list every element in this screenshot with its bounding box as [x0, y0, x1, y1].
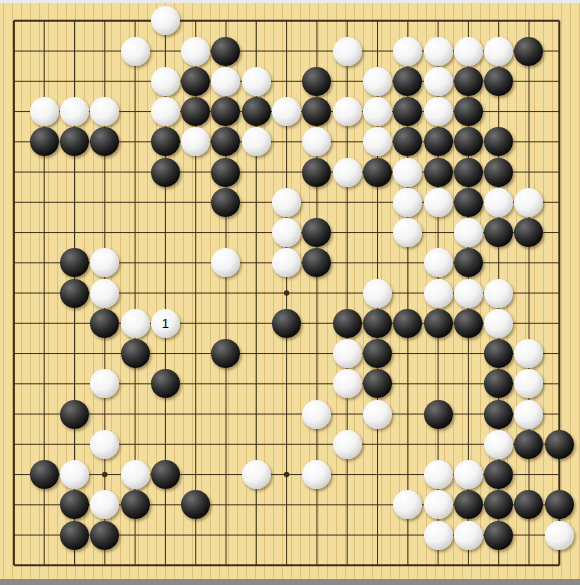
black-stone[interactable] [272, 309, 301, 338]
black-stone[interactable] [90, 127, 119, 156]
white-stone[interactable] [514, 369, 543, 398]
black-stone[interactable] [60, 279, 89, 308]
white-stone[interactable] [333, 37, 362, 66]
black-stone[interactable] [302, 218, 331, 247]
black-stone[interactable] [393, 67, 422, 96]
black-stone[interactable] [211, 339, 240, 368]
black-stone[interactable] [454, 309, 483, 338]
white-stone[interactable] [302, 460, 331, 489]
black-stone[interactable] [454, 97, 483, 126]
go-board[interactable]: 1 [0, 3, 580, 579]
black-stone[interactable] [454, 67, 483, 96]
black-stone[interactable] [363, 339, 392, 368]
black-stone[interactable] [424, 309, 453, 338]
white-stone[interactable] [272, 188, 301, 217]
white-stone[interactable] [60, 97, 89, 126]
white-stone[interactable] [514, 339, 543, 368]
black-stone[interactable] [181, 67, 210, 96]
white-stone[interactable] [302, 127, 331, 156]
white-stone[interactable] [181, 127, 210, 156]
white-stone[interactable] [302, 400, 331, 429]
black-stone[interactable] [151, 460, 180, 489]
black-stone[interactable] [393, 309, 422, 338]
black-stone[interactable] [484, 218, 513, 247]
white-stone[interactable] [242, 67, 271, 96]
white-stone[interactable] [30, 97, 59, 126]
black-stone[interactable] [393, 97, 422, 126]
black-stone[interactable] [484, 127, 513, 156]
white-stone[interactable] [333, 339, 362, 368]
white-stone[interactable] [424, 188, 453, 217]
black-stone[interactable] [60, 400, 89, 429]
white-stone[interactable] [60, 460, 89, 489]
black-stone[interactable] [514, 430, 543, 459]
black-stone[interactable] [454, 248, 483, 277]
white-stone[interactable] [272, 248, 301, 277]
white-stone[interactable] [454, 218, 483, 247]
white-stone[interactable] [545, 521, 574, 550]
black-stone[interactable] [424, 400, 453, 429]
black-stone[interactable] [211, 37, 240, 66]
white-stone[interactable] [211, 67, 240, 96]
white-stone[interactable] [424, 490, 453, 519]
black-stone[interactable] [514, 37, 543, 66]
black-stone[interactable] [211, 127, 240, 156]
white-stone[interactable] [151, 97, 180, 126]
black-stone[interactable] [60, 127, 89, 156]
black-stone[interactable] [363, 309, 392, 338]
white-stone[interactable] [363, 67, 392, 96]
black-stone[interactable] [514, 490, 543, 519]
marked-white-stone[interactable]: 1 [151, 309, 180, 338]
black-stone[interactable] [484, 400, 513, 429]
white-stone[interactable] [424, 279, 453, 308]
white-stone[interactable] [181, 37, 210, 66]
white-stone[interactable] [363, 127, 392, 156]
white-stone[interactable] [454, 521, 483, 550]
white-stone[interactable] [333, 430, 362, 459]
black-stone[interactable] [30, 460, 59, 489]
black-stone[interactable] [181, 490, 210, 519]
black-stone[interactable] [424, 158, 453, 187]
white-stone[interactable] [514, 400, 543, 429]
black-stone[interactable] [90, 309, 119, 338]
go-app-screenshot: 1 [0, 0, 580, 585]
white-stone[interactable] [393, 218, 422, 247]
white-stone[interactable] [121, 37, 150, 66]
black-stone[interactable] [60, 490, 89, 519]
black-stone[interactable] [393, 127, 422, 156]
white-stone[interactable] [484, 188, 513, 217]
black-stone[interactable] [211, 158, 240, 187]
white-stone[interactable] [151, 6, 180, 35]
white-stone[interactable] [484, 309, 513, 338]
white-stone[interactable] [242, 127, 271, 156]
white-stone[interactable] [90, 430, 119, 459]
black-stone[interactable] [151, 369, 180, 398]
black-stone[interactable] [363, 158, 392, 187]
white-stone[interactable] [424, 67, 453, 96]
white-stone[interactable] [363, 279, 392, 308]
black-stone[interactable] [484, 490, 513, 519]
white-stone[interactable] [90, 279, 119, 308]
white-stone[interactable] [484, 279, 513, 308]
white-stone[interactable] [393, 37, 422, 66]
white-stone[interactable] [424, 521, 453, 550]
black-stone[interactable] [424, 127, 453, 156]
white-stone[interactable] [333, 369, 362, 398]
white-stone[interactable] [333, 97, 362, 126]
black-stone[interactable] [454, 158, 483, 187]
white-stone[interactable] [90, 369, 119, 398]
black-stone[interactable] [454, 188, 483, 217]
black-stone[interactable] [484, 369, 513, 398]
white-stone[interactable] [393, 158, 422, 187]
move-number-label: 1 [162, 317, 169, 330]
black-stone[interactable] [302, 67, 331, 96]
black-stone[interactable] [484, 339, 513, 368]
black-stone[interactable] [333, 309, 362, 338]
black-stone[interactable] [514, 218, 543, 247]
black-stone[interactable] [545, 430, 574, 459]
white-stone[interactable] [90, 248, 119, 277]
black-stone[interactable] [302, 248, 331, 277]
black-stone[interactable] [242, 97, 271, 126]
black-stone[interactable] [60, 248, 89, 277]
white-stone[interactable] [454, 279, 483, 308]
black-stone[interactable] [484, 521, 513, 550]
white-stone[interactable] [272, 218, 301, 247]
white-stone[interactable] [393, 490, 422, 519]
white-stone[interactable] [454, 37, 483, 66]
black-stone[interactable] [151, 127, 180, 156]
black-stone[interactable] [60, 521, 89, 550]
black-stone[interactable] [211, 188, 240, 217]
black-stone[interactable] [121, 339, 150, 368]
black-stone[interactable] [302, 97, 331, 126]
white-stone[interactable] [121, 460, 150, 489]
white-stone[interactable] [424, 460, 453, 489]
black-stone[interactable] [484, 460, 513, 489]
white-stone[interactable] [514, 188, 543, 217]
black-stone[interactable] [211, 97, 240, 126]
window-bottom-edge [0, 579, 580, 585]
black-stone[interactable] [484, 158, 513, 187]
black-stone[interactable] [484, 67, 513, 96]
white-stone[interactable] [121, 309, 150, 338]
black-stone[interactable] [454, 127, 483, 156]
black-stone[interactable] [302, 158, 331, 187]
black-stone[interactable] [90, 521, 119, 550]
black-stone[interactable] [181, 97, 210, 126]
white-stone[interactable] [151, 67, 180, 96]
white-stone[interactable] [454, 460, 483, 489]
white-stone[interactable] [363, 97, 392, 126]
white-stone[interactable] [90, 490, 119, 519]
white-stone[interactable] [393, 188, 422, 217]
black-stone[interactable] [121, 490, 150, 519]
white-stone[interactable] [90, 97, 119, 126]
white-stone[interactable] [272, 97, 301, 126]
white-stone[interactable] [484, 37, 513, 66]
white-stone[interactable] [211, 248, 240, 277]
black-stone[interactable] [363, 369, 392, 398]
white-stone[interactable] [424, 248, 453, 277]
white-stone[interactable] [333, 158, 362, 187]
black-stone[interactable] [151, 158, 180, 187]
white-stone[interactable] [424, 97, 453, 126]
black-stone[interactable] [545, 490, 574, 519]
black-stone[interactable] [454, 490, 483, 519]
black-stone[interactable] [30, 127, 59, 156]
white-stone[interactable] [484, 430, 513, 459]
stone-layer: 1 [0, 6, 574, 581]
white-stone[interactable] [424, 37, 453, 66]
white-stone[interactable] [242, 460, 271, 489]
white-stone[interactable] [363, 400, 392, 429]
